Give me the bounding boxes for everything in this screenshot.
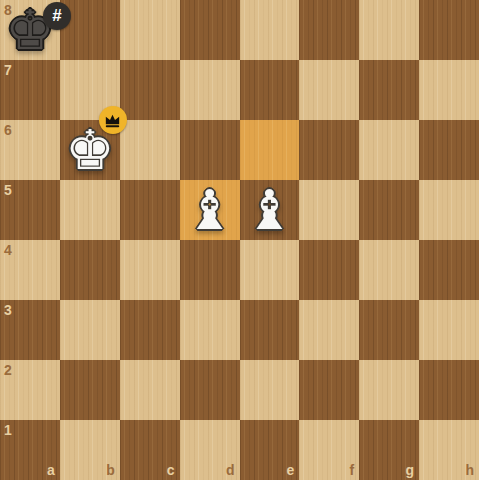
file-label-h: h: [465, 463, 474, 477]
square-b1[interactable]: b: [60, 420, 120, 480]
square-d3[interactable]: [180, 300, 240, 360]
square-a4[interactable]: 4: [0, 240, 60, 300]
rank-label-3: 3: [4, 303, 12, 317]
square-d8[interactable]: [180, 0, 240, 60]
square-e6[interactable]: [240, 120, 300, 180]
square-f3[interactable]: [299, 300, 359, 360]
square-d7[interactable]: [180, 60, 240, 120]
square-e8[interactable]: [240, 0, 300, 60]
square-c4[interactable]: [120, 240, 180, 300]
square-a7[interactable]: 7: [0, 60, 60, 120]
square-c6[interactable]: [120, 120, 180, 180]
square-g3[interactable]: [359, 300, 419, 360]
square-g6[interactable]: [359, 120, 419, 180]
square-e3[interactable]: [240, 300, 300, 360]
square-h8[interactable]: [419, 0, 479, 60]
square-h7[interactable]: [419, 60, 479, 120]
square-f5[interactable]: [299, 180, 359, 240]
square-f2[interactable]: [299, 360, 359, 420]
square-f7[interactable]: [299, 60, 359, 120]
square-d6[interactable]: [180, 120, 240, 180]
file-label-d: d: [226, 463, 235, 477]
square-c7[interactable]: [120, 60, 180, 120]
rank-label-7: 7: [4, 63, 12, 77]
square-c5[interactable]: [120, 180, 180, 240]
rank-label-4: 4: [4, 243, 12, 257]
square-c8[interactable]: [120, 0, 180, 60]
rank-label-5: 5: [4, 183, 12, 197]
square-d4[interactable]: [180, 240, 240, 300]
square-b4[interactable]: [60, 240, 120, 300]
square-h5[interactable]: [419, 180, 479, 240]
square-a1[interactable]: 1a: [0, 420, 60, 480]
square-h2[interactable]: [419, 360, 479, 420]
square-c3[interactable]: [120, 300, 180, 360]
file-label-e: e: [287, 463, 295, 477]
rank-label-6: 6: [4, 123, 12, 137]
square-a5[interactable]: 5: [0, 180, 60, 240]
square-a2[interactable]: 2: [0, 360, 60, 420]
file-label-b: b: [106, 463, 115, 477]
square-h6[interactable]: [419, 120, 479, 180]
square-h1[interactable]: h: [419, 420, 479, 480]
square-d2[interactable]: [180, 360, 240, 420]
file-label-a: a: [47, 463, 55, 477]
square-a8[interactable]: 8♚#: [0, 0, 60, 60]
square-e4[interactable]: [240, 240, 300, 300]
square-f1[interactable]: f: [299, 420, 359, 480]
square-g8[interactable]: [359, 0, 419, 60]
square-e5[interactable]: ♝: [240, 180, 300, 240]
crown-icon: [104, 113, 121, 128]
square-b2[interactable]: [60, 360, 120, 420]
file-label-c: c: [167, 463, 175, 477]
square-c2[interactable]: [120, 360, 180, 420]
square-a3[interactable]: 3: [0, 300, 60, 360]
square-d1[interactable]: d: [180, 420, 240, 480]
square-f4[interactable]: [299, 240, 359, 300]
square-a6[interactable]: 6: [0, 120, 60, 180]
file-label-g: g: [406, 463, 415, 477]
square-b3[interactable]: [60, 300, 120, 360]
square-h3[interactable]: [419, 300, 479, 360]
square-g7[interactable]: [359, 60, 419, 120]
white-bishop[interactable]: ♝: [180, 180, 240, 240]
white-bishop[interactable]: ♝: [240, 180, 300, 240]
square-e7[interactable]: [240, 60, 300, 120]
winner-badge: [99, 106, 127, 134]
checkmate-badge: #: [43, 2, 71, 30]
square-g5[interactable]: [359, 180, 419, 240]
square-e1[interactable]: e: [240, 420, 300, 480]
square-g1[interactable]: g: [359, 420, 419, 480]
checkmate-hash-icon: #: [52, 6, 61, 26]
square-f6[interactable]: [299, 120, 359, 180]
rank-label-1: 1: [4, 423, 12, 437]
square-e2[interactable]: [240, 360, 300, 420]
chess-board: 8♚#76♚5♝♝4321abcdefgh: [0, 0, 479, 480]
rank-label-2: 2: [4, 363, 12, 377]
square-d5[interactable]: ♝: [180, 180, 240, 240]
file-label-f: f: [350, 463, 355, 477]
square-f8[interactable]: [299, 0, 359, 60]
square-g4[interactable]: [359, 240, 419, 300]
square-c1[interactable]: c: [120, 420, 180, 480]
square-h4[interactable]: [419, 240, 479, 300]
square-g2[interactable]: [359, 360, 419, 420]
square-b6[interactable]: ♚: [60, 120, 120, 180]
square-b5[interactable]: [60, 180, 120, 240]
